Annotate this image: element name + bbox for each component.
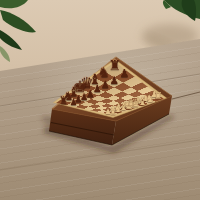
- crack-line: [172, 92, 200, 99]
- photo-scene: ♜♟♞♟♝♟♛♟♚♟♝♟♟♜♞♟♞♟♟♜♝♟♟♛♟♚♟♝♟♞♟♜: [0, 0, 200, 200]
